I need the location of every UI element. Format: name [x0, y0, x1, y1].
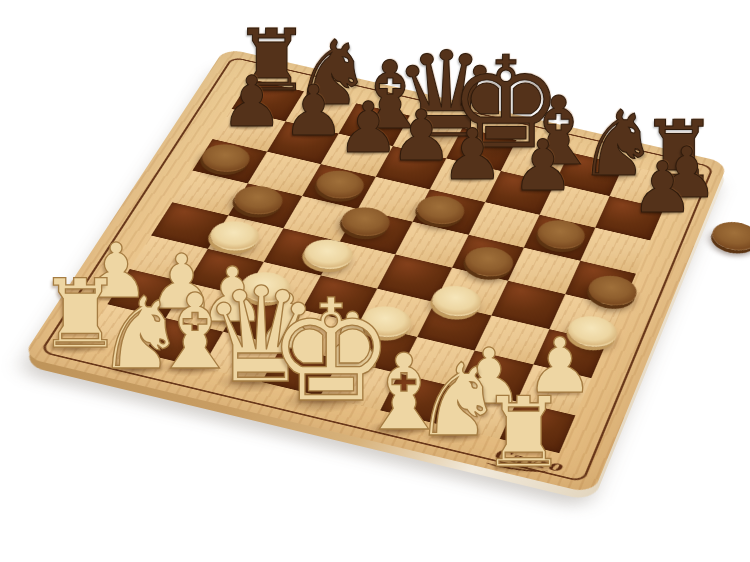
dark-pawn-e7[interactable]: ♟	[441, 120, 504, 191]
dark-pawn-b7[interactable]: ♟	[282, 77, 345, 147]
checker-dark-table-right[interactable]	[707, 218, 750, 255]
checker-dark-a6[interactable]	[195, 140, 256, 176]
checker-dark-g6[interactable]	[532, 216, 590, 253]
light-rook-h1[interactable]: ♜	[480, 385, 567, 482]
dark-pawn-h7[interactable]: ♟	[631, 153, 694, 224]
checker-dark-f5[interactable]	[459, 242, 518, 280]
checker-dark-e6[interactable]	[411, 191, 470, 228]
checker-dark-h5[interactable]	[584, 271, 642, 310]
checker-dark-d5[interactable]	[336, 203, 396, 240]
checker-dark-c6[interactable]	[310, 166, 370, 202]
checker-light-f4[interactable]	[426, 282, 487, 321]
dark-pawn-a7[interactable]: ♟	[220, 68, 283, 138]
checker-dark-b5[interactable]	[228, 182, 289, 219]
product-photo-stage: Cayro ♜♞♟♝♟♛♚♟♟♝♞♟♜♟♟♟♟♟♟♟♜♟♞♝♛♟♚♟♝♞♜	[0, 0, 750, 562]
dark-pawn-f7[interactable]: ♟	[511, 131, 574, 202]
